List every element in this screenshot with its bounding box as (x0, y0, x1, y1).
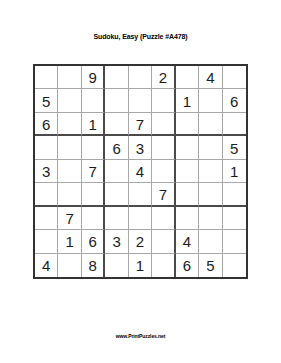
cell-r4c4: 6 (105, 136, 128, 159)
cell-r4c8 (199, 136, 222, 159)
cell-r1c3: 9 (82, 66, 105, 89)
cell-r5c1: 3 (35, 160, 58, 183)
cell-r9c2 (58, 254, 81, 277)
puzzle-page: Sudoku, Easy (Puzzle #A478) 924516617635… (0, 0, 281, 363)
cell-r4c6 (152, 136, 175, 159)
cell-r9c4 (105, 254, 128, 277)
cell-r9c7: 6 (176, 254, 199, 277)
cell-r3c7 (176, 113, 199, 136)
cell-r8c5: 2 (129, 230, 152, 253)
puzzle-title: Sudoku, Easy (Puzzle #A478) (0, 33, 281, 40)
cell-r2c3 (82, 89, 105, 112)
cell-r3c9 (223, 113, 246, 136)
cell-r2c8 (199, 89, 222, 112)
cell-r5c5: 4 (129, 160, 152, 183)
footer-url: www.PrintPuzzles.net (0, 333, 281, 339)
cell-r7c3 (82, 207, 105, 230)
cell-r1c4 (105, 66, 128, 89)
cell-r1c9 (223, 66, 246, 89)
cell-r9c5: 1 (129, 254, 152, 277)
cell-r1c5 (129, 66, 152, 89)
cell-r6c5 (129, 183, 152, 206)
cell-r6c6: 7 (152, 183, 175, 206)
cell-r5c7 (176, 160, 199, 183)
cell-r4c9: 5 (223, 136, 246, 159)
cell-r4c5: 3 (129, 136, 152, 159)
cell-r6c3 (82, 183, 105, 206)
cell-r9c9 (223, 254, 246, 277)
cell-r9c1: 4 (35, 254, 58, 277)
cell-r7c1 (35, 207, 58, 230)
cell-r8c2: 1 (58, 230, 81, 253)
cell-r5c9: 1 (223, 160, 246, 183)
cell-r3c4 (105, 113, 128, 136)
cell-r1c1 (35, 66, 58, 89)
cell-r7c4 (105, 207, 128, 230)
cell-r1c8: 4 (199, 66, 222, 89)
cell-r8c1 (35, 230, 58, 253)
cell-r5c8 (199, 160, 222, 183)
cell-r9c3: 8 (82, 254, 105, 277)
cell-r5c6 (152, 160, 175, 183)
cell-r6c4 (105, 183, 128, 206)
cell-r8c3: 6 (82, 230, 105, 253)
cell-r8c6 (152, 230, 175, 253)
cell-r5c4 (105, 160, 128, 183)
cell-r8c9 (223, 230, 246, 253)
cell-r2c2 (58, 89, 81, 112)
cell-r7c8 (199, 207, 222, 230)
cell-r8c7: 4 (176, 230, 199, 253)
cell-r3c5: 7 (129, 113, 152, 136)
cell-r8c8 (199, 230, 222, 253)
cell-r2c4 (105, 89, 128, 112)
cell-r6c2 (58, 183, 81, 206)
cell-r6c9 (223, 183, 246, 206)
cell-r2c9: 6 (223, 89, 246, 112)
cell-r1c2 (58, 66, 81, 89)
cell-r4c1 (35, 136, 58, 159)
cell-r2c1: 5 (35, 89, 58, 112)
cell-r3c1: 6 (35, 113, 58, 136)
cell-r7c7 (176, 207, 199, 230)
cell-r7c9 (223, 207, 246, 230)
cell-r9c8: 5 (199, 254, 222, 277)
sudoku-grid: 9245166176353741771632448165 (33, 64, 248, 279)
cell-r2c7: 1 (176, 89, 199, 112)
cell-r3c6 (152, 113, 175, 136)
cell-r5c3: 7 (82, 160, 105, 183)
cell-r3c8 (199, 113, 222, 136)
cell-r2c6 (152, 89, 175, 112)
cell-r4c7 (176, 136, 199, 159)
cell-r6c8 (199, 183, 222, 206)
cell-r4c3 (82, 136, 105, 159)
cell-r3c2 (58, 113, 81, 136)
cell-r2c5 (129, 89, 152, 112)
cell-r4c2 (58, 136, 81, 159)
cell-r5c2 (58, 160, 81, 183)
cell-r8c4: 3 (105, 230, 128, 253)
cell-r9c6 (152, 254, 175, 277)
cell-r6c7 (176, 183, 199, 206)
cell-r6c1 (35, 183, 58, 206)
cell-r7c5 (129, 207, 152, 230)
cell-r1c6: 2 (152, 66, 175, 89)
cell-r3c3: 1 (82, 113, 105, 136)
cell-r7c2: 7 (58, 207, 81, 230)
cell-r1c7 (176, 66, 199, 89)
cell-r7c6 (152, 207, 175, 230)
